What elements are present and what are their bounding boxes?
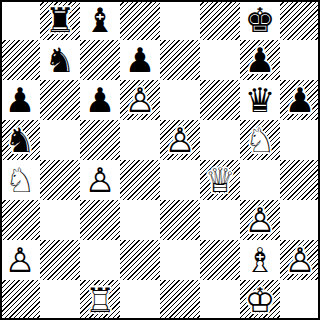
square-d5[interactable] xyxy=(120,120,160,160)
square-h5[interactable] xyxy=(280,120,320,160)
square-c2[interactable] xyxy=(80,240,120,280)
square-f5[interactable] xyxy=(200,120,240,160)
piece-black-bishop-c8[interactable]: ♝♝ xyxy=(80,0,120,40)
black-knight-icon: ♞ xyxy=(40,40,80,80)
square-b1[interactable] xyxy=(40,280,80,320)
square-f8[interactable] xyxy=(200,0,240,40)
square-b4[interactable] xyxy=(40,160,80,200)
square-c4[interactable]: ♟♙ xyxy=(80,160,120,200)
black-pawn-icon: ♟ xyxy=(0,80,40,120)
square-e6[interactable] xyxy=(160,80,200,120)
black-bishop-icon: ♝ xyxy=(80,0,120,40)
piece-white-pawn-d6[interactable]: ♟♙ xyxy=(120,80,160,120)
piece-black-pawn-a6[interactable]: ♟♟ xyxy=(0,80,40,120)
black-queen-icon: ♛ xyxy=(240,80,280,120)
black-pawn-icon: ♟ xyxy=(120,40,160,80)
black-pawn-icon: ♟ xyxy=(280,80,320,120)
black-king-icon: ♚ xyxy=(240,0,280,40)
piece-white-pawn-a2[interactable]: ♟♙ xyxy=(0,240,40,280)
piece-white-pawn-c4[interactable]: ♟♙ xyxy=(80,160,120,200)
white-queen-icon: ♕ xyxy=(200,160,240,200)
white-pawn-icon: ♙ xyxy=(280,240,320,280)
piece-black-pawn-d7[interactable]: ♟♟ xyxy=(120,40,160,80)
piece-white-knight-g5[interactable]: ♞♘ xyxy=(240,120,280,160)
white-pawn-icon: ♙ xyxy=(120,80,160,120)
square-c6[interactable]: ♟♟ xyxy=(80,80,120,120)
square-d2[interactable] xyxy=(120,240,160,280)
white-pawn-icon: ♙ xyxy=(240,200,280,240)
square-g6[interactable]: ♛♛ xyxy=(240,80,280,120)
white-bishop-icon: ♗ xyxy=(240,240,280,280)
square-a7[interactable] xyxy=(0,40,40,80)
white-pawn-icon: ♙ xyxy=(80,160,120,200)
square-b8[interactable]: ♜♜ xyxy=(40,0,80,40)
piece-black-pawn-c6[interactable]: ♟♟ xyxy=(80,80,120,120)
piece-black-rook-b8[interactable]: ♜♜ xyxy=(40,0,80,40)
white-pawn-icon: ♙ xyxy=(160,120,200,160)
square-g1[interactable]: ♚♔ xyxy=(240,280,280,320)
square-a2[interactable]: ♟♙ xyxy=(0,240,40,280)
square-h8[interactable] xyxy=(280,0,320,40)
chess-diagram: ♜♜♝♝♚♚♞♞♟♟♟♟♟♟♟♟♟♙♛♛♟♟♞♞♟♙♞♘♞♘♟♙♛♕♟♙♟♙♝♗… xyxy=(0,0,320,320)
square-f4[interactable]: ♛♕ xyxy=(200,160,240,200)
white-knight-icon: ♘ xyxy=(0,160,40,200)
square-h3[interactable] xyxy=(280,200,320,240)
square-c1[interactable]: ♜♖ xyxy=(80,280,120,320)
square-g7[interactable]: ♟♟ xyxy=(240,40,280,80)
square-a3[interactable] xyxy=(0,200,40,240)
square-c5[interactable] xyxy=(80,120,120,160)
square-e4[interactable] xyxy=(160,160,200,200)
square-b3[interactable] xyxy=(40,200,80,240)
white-knight-icon: ♘ xyxy=(240,120,280,160)
square-d8[interactable] xyxy=(120,0,160,40)
square-f3[interactable] xyxy=(200,200,240,240)
piece-black-queen-g6[interactable]: ♛♛ xyxy=(240,80,280,120)
piece-black-knight-b7[interactable]: ♞♞ xyxy=(40,40,80,80)
piece-white-bishop-g2[interactable]: ♝♗ xyxy=(240,240,280,280)
square-a4[interactable]: ♞♘ xyxy=(0,160,40,200)
square-f1[interactable] xyxy=(200,280,240,320)
black-rook-icon: ♜ xyxy=(40,0,80,40)
square-c7[interactable] xyxy=(80,40,120,80)
square-d7[interactable]: ♟♟ xyxy=(120,40,160,80)
square-g4[interactable] xyxy=(240,160,280,200)
square-a6[interactable]: ♟♟ xyxy=(0,80,40,120)
square-f6[interactable] xyxy=(200,80,240,120)
piece-white-knight-a4[interactable]: ♞♘ xyxy=(0,160,40,200)
square-f2[interactable] xyxy=(200,240,240,280)
chess-board: ♜♜♝♝♚♚♞♞♟♟♟♟♟♟♟♟♟♙♛♛♟♟♞♞♟♙♞♘♞♘♟♙♛♕♟♙♟♙♝♗… xyxy=(0,0,320,320)
square-h1[interactable] xyxy=(280,280,320,320)
piece-white-pawn-h2[interactable]: ♟♙ xyxy=(280,240,320,280)
square-a8[interactable] xyxy=(0,0,40,40)
square-b6[interactable] xyxy=(40,80,80,120)
square-b5[interactable] xyxy=(40,120,80,160)
piece-white-queen-f4[interactable]: ♛♕ xyxy=(200,160,240,200)
square-e1[interactable] xyxy=(160,280,200,320)
square-b7[interactable]: ♞♞ xyxy=(40,40,80,80)
square-g3[interactable]: ♟♙ xyxy=(240,200,280,240)
square-g8[interactable]: ♚♚ xyxy=(240,0,280,40)
square-h7[interactable] xyxy=(280,40,320,80)
square-e3[interactable] xyxy=(160,200,200,240)
white-pawn-icon: ♙ xyxy=(0,240,40,280)
square-f7[interactable] xyxy=(200,40,240,80)
square-d6[interactable]: ♟♙ xyxy=(120,80,160,120)
square-a5[interactable]: ♞♞ xyxy=(0,120,40,160)
black-knight-icon: ♞ xyxy=(0,120,40,160)
piece-white-rook-c1[interactable]: ♜♖ xyxy=(80,280,120,320)
square-d3[interactable] xyxy=(120,200,160,240)
piece-white-pawn-e5[interactable]: ♟♙ xyxy=(160,120,200,160)
white-rook-icon: ♖ xyxy=(80,280,120,320)
piece-black-king-g8[interactable]: ♚♚ xyxy=(240,0,280,40)
white-king-icon: ♔ xyxy=(240,280,280,320)
piece-black-pawn-g7[interactable]: ♟♟ xyxy=(240,40,280,80)
square-c8[interactable]: ♝♝ xyxy=(80,0,120,40)
piece-black-knight-a5[interactable]: ♞♞ xyxy=(0,120,40,160)
square-d1[interactable] xyxy=(120,280,160,320)
square-a1[interactable] xyxy=(0,280,40,320)
piece-black-pawn-h6[interactable]: ♟♟ xyxy=(280,80,320,120)
square-g2[interactable]: ♝♗ xyxy=(240,240,280,280)
piece-white-king-g1[interactable]: ♚♔ xyxy=(240,280,280,320)
piece-white-pawn-g3[interactable]: ♟♙ xyxy=(240,200,280,240)
square-h2[interactable]: ♟♙ xyxy=(280,240,320,280)
square-e5[interactable]: ♟♙ xyxy=(160,120,200,160)
square-e8[interactable] xyxy=(160,0,200,40)
square-h4[interactable] xyxy=(280,160,320,200)
square-e7[interactable] xyxy=(160,40,200,80)
square-h6[interactable]: ♟♟ xyxy=(280,80,320,120)
square-d4[interactable] xyxy=(120,160,160,200)
square-g5[interactable]: ♞♘ xyxy=(240,120,280,160)
square-b2[interactable] xyxy=(40,240,80,280)
black-pawn-icon: ♟ xyxy=(80,80,120,120)
square-c3[interactable] xyxy=(80,200,120,240)
black-pawn-icon: ♟ xyxy=(240,40,280,80)
square-e2[interactable] xyxy=(160,240,200,280)
